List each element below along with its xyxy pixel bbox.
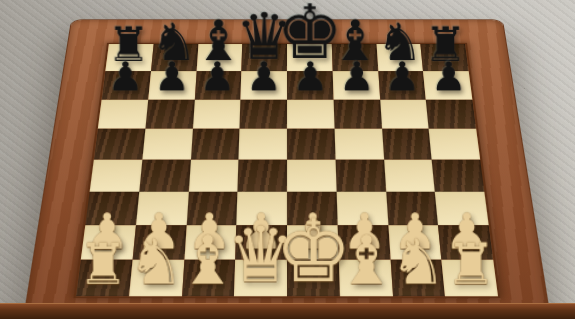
square-g6[interactable] bbox=[380, 99, 429, 128]
square-c7[interactable]: ♟ bbox=[194, 71, 241, 99]
square-a1[interactable]: ♜ bbox=[76, 260, 132, 297]
piece-black-pawn-g7[interactable]: ♟ bbox=[385, 58, 421, 96]
square-d6[interactable] bbox=[240, 99, 287, 128]
piece-white-knight-g1[interactable]: ♞ bbox=[390, 233, 446, 292]
square-h7[interactable]: ♟ bbox=[423, 71, 472, 99]
piece-black-pawn-e7[interactable]: ♟ bbox=[292, 58, 328, 96]
square-h4[interactable] bbox=[432, 159, 484, 191]
square-f7[interactable]: ♟ bbox=[332, 71, 379, 99]
square-c4[interactable] bbox=[188, 159, 238, 191]
piece-black-pawn-a7[interactable]: ♟ bbox=[107, 58, 143, 96]
square-c6[interactable] bbox=[192, 99, 240, 128]
square-e4[interactable] bbox=[287, 159, 336, 191]
square-h5[interactable] bbox=[429, 129, 480, 160]
piece-black-pawn-f7[interactable]: ♟ bbox=[338, 58, 374, 96]
square-e6[interactable] bbox=[287, 99, 334, 128]
square-f4[interactable] bbox=[335, 159, 385, 191]
square-b1[interactable]: ♞ bbox=[129, 260, 184, 297]
piece-black-pawn-h7[interactable]: ♟ bbox=[431, 58, 467, 96]
chessboard-photo-scene: ♜♞♝♛♚♝♞♜♟♟♟♟♟♟♟♟♟♟♟♟♟♟♟♟♜♞♝♛♚♝♞♜ bbox=[0, 0, 575, 319]
square-c5[interactable] bbox=[190, 129, 239, 160]
square-a5[interactable] bbox=[94, 129, 145, 160]
square-b4[interactable] bbox=[139, 159, 190, 191]
board-grid: ♜♞♝♛♚♝♞♜♟♟♟♟♟♟♟♟♟♟♟♟♟♟♟♟♜♞♝♛♚♝♞♜ bbox=[76, 44, 498, 296]
square-d7[interactable]: ♟ bbox=[241, 71, 287, 99]
square-h6[interactable] bbox=[426, 99, 476, 128]
piece-black-pawn-c7[interactable]: ♟ bbox=[200, 58, 236, 96]
square-g4[interactable] bbox=[384, 159, 435, 191]
square-f6[interactable] bbox=[333, 99, 381, 128]
square-b5[interactable] bbox=[142, 129, 192, 160]
piece-black-pawn-d7[interactable]: ♟ bbox=[246, 58, 282, 96]
square-b7[interactable]: ♟ bbox=[148, 71, 196, 99]
piece-white-knight-b1[interactable]: ♞ bbox=[127, 233, 183, 292]
square-c1[interactable]: ♝ bbox=[182, 260, 236, 297]
square-d5[interactable] bbox=[239, 129, 287, 160]
square-b6[interactable] bbox=[145, 99, 194, 128]
piece-white-rook-a1[interactable]: ♜ bbox=[78, 238, 129, 292]
board-front-edge bbox=[0, 303, 575, 319]
square-d4[interactable] bbox=[238, 159, 287, 191]
piece-white-rook-h1[interactable]: ♜ bbox=[446, 238, 497, 292]
square-h1[interactable]: ♜ bbox=[442, 260, 498, 297]
piece-black-pawn-b7[interactable]: ♟ bbox=[153, 58, 189, 96]
square-g5[interactable] bbox=[382, 129, 432, 160]
square-e5[interactable] bbox=[287, 129, 335, 160]
square-e1[interactable]: ♚ bbox=[287, 260, 340, 297]
square-f5[interactable] bbox=[334, 129, 383, 160]
piece-white-bishop-c1[interactable]: ♝ bbox=[178, 228, 238, 292]
chess-board: ♜♞♝♛♚♝♞♜♟♟♟♟♟♟♟♟♟♟♟♟♟♟♟♟♜♞♝♛♚♝♞♜ bbox=[22, 20, 552, 319]
square-g1[interactable]: ♞ bbox=[390, 260, 445, 297]
piece-white-king-e1[interactable]: ♚ bbox=[274, 210, 352, 292]
square-a6[interactable] bbox=[98, 99, 148, 128]
square-a4[interactable] bbox=[90, 159, 142, 191]
square-g7[interactable]: ♟ bbox=[378, 71, 426, 99]
square-a7[interactable]: ♟ bbox=[102, 71, 151, 99]
square-e7[interactable]: ♟ bbox=[287, 71, 333, 99]
